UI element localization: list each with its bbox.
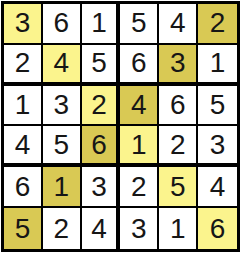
cell-r5c2[interactable]: 1	[43, 167, 82, 208]
cell-r2c2[interactable]: 4	[43, 45, 82, 86]
cell-r3c3[interactable]: 2	[82, 86, 121, 127]
cell-r4c2[interactable]: 5	[43, 126, 82, 167]
cell-r1c3[interactable]: 1	[82, 4, 121, 45]
cell-r2c5[interactable]: 3	[159, 45, 198, 86]
cell-r2c3[interactable]: 5	[82, 45, 121, 86]
cell-r4c5[interactable]: 2	[159, 126, 198, 167]
cell-r5c6[interactable]: 4	[198, 167, 237, 208]
cell-r4c6[interactable]: 3	[198, 126, 237, 167]
cell-r6c6[interactable]: 6	[198, 208, 237, 249]
cell-r6c1[interactable]: 5	[4, 208, 43, 249]
cell-r1c5[interactable]: 4	[159, 4, 198, 45]
cell-r6c5[interactable]: 1	[159, 208, 198, 249]
cell-r3c1[interactable]: 1	[4, 86, 43, 127]
cell-r6c2[interactable]: 2	[43, 208, 82, 249]
cell-r1c2[interactable]: 6	[43, 4, 82, 45]
sudoku-board: 361542245631132465456123613254524316	[1, 1, 240, 252]
cell-r5c3[interactable]: 3	[82, 167, 121, 208]
cell-r4c3[interactable]: 6	[82, 126, 121, 167]
cell-r4c4[interactable]: 1	[120, 126, 159, 167]
cell-r3c2[interactable]: 3	[43, 86, 82, 127]
cell-r2c6[interactable]: 1	[198, 45, 237, 86]
cell-r5c4[interactable]: 2	[120, 167, 159, 208]
cell-r3c4[interactable]: 4	[120, 86, 159, 127]
cell-r3c5[interactable]: 6	[159, 86, 198, 127]
cell-r5c1[interactable]: 6	[4, 167, 43, 208]
cell-r6c4[interactable]: 3	[120, 208, 159, 249]
cell-r4c1[interactable]: 4	[4, 126, 43, 167]
cell-r2c4[interactable]: 6	[120, 45, 159, 86]
cell-r3c6[interactable]: 5	[198, 86, 237, 127]
cell-r1c1[interactable]: 3	[4, 4, 43, 45]
sudoku-grid: 361542245631132465456123613254524316	[4, 4, 237, 249]
cell-r2c1[interactable]: 2	[4, 45, 43, 86]
cell-r5c5[interactable]: 5	[159, 167, 198, 208]
cell-r1c4[interactable]: 5	[120, 4, 159, 45]
cell-r1c6[interactable]: 2	[198, 4, 237, 45]
cell-r6c3[interactable]: 4	[82, 208, 121, 249]
